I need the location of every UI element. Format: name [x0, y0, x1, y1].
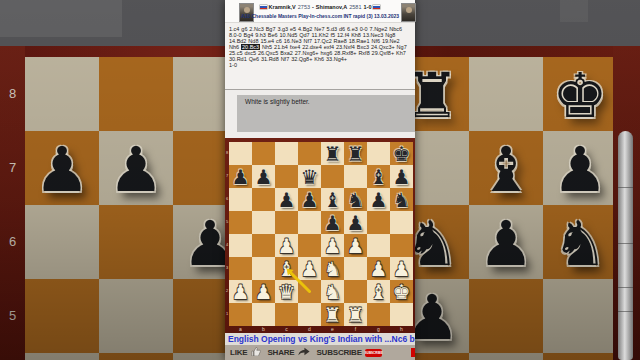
square-b6: [252, 188, 275, 211]
evaluation-area: White is slightly better.: [225, 94, 415, 138]
background-gray-block-left: [0, 0, 122, 37]
square-g6: ♟: [469, 205, 543, 279]
share-arrow-icon[interactable]: [298, 347, 310, 358]
piece-white-king: ♚: [390, 280, 413, 303]
square-h4: [543, 353, 617, 360]
background-rank-label-8: 8: [0, 86, 25, 101]
piece-black-pawn: ♟: [252, 165, 275, 188]
piece-black-queen: ♛: [298, 165, 321, 188]
square-b8: [252, 142, 275, 165]
square-e6: ♝: [321, 188, 344, 211]
game-result: 1-0: [364, 4, 372, 10]
piece-black-rook: ♜: [321, 142, 344, 165]
square-f5: ♟: [344, 211, 367, 234]
square-b4: [99, 353, 173, 360]
piece-black-knight: ♞: [390, 188, 413, 211]
piece-black-knight: ♞: [344, 188, 367, 211]
square-g8: [367, 142, 390, 165]
square-c1: [275, 303, 298, 326]
white-flag-icon: [260, 5, 267, 10]
square-d4: [298, 234, 321, 257]
square-h6: ♞: [390, 188, 413, 211]
piece-black-bishop: ♝: [469, 131, 543, 205]
diagram-file-label-d: d: [298, 326, 321, 332]
square-d8: [298, 142, 321, 165]
square-f6: ♞: [344, 188, 367, 211]
piece-white-pawn: ♟: [252, 280, 275, 303]
diagram-rank-label-5: 5: [225, 219, 229, 224]
square-h8: ♚: [543, 57, 617, 131]
piece-black-pawn: ♟: [25, 131, 99, 205]
evaluation-box: White is slightly better.: [237, 95, 415, 132]
diagram-rank-label-2: 2: [225, 288, 229, 293]
moves-result: 1-0: [229, 62, 411, 68]
square-g6: ♟: [367, 188, 390, 211]
square-a8: [25, 57, 99, 131]
piece-black-pawn: ♟: [99, 131, 173, 205]
game-panel: Kramnik,V 2753 - Shimanov,A 2581 1-0 A10…: [225, 0, 415, 360]
black-player-name: Shimanov,A: [316, 4, 347, 10]
piece-black-pawn: ♟: [543, 131, 617, 205]
square-e3: ♞: [321, 257, 344, 280]
background-rank-label-7: 7: [0, 160, 25, 175]
square-b7: ♟: [99, 131, 173, 205]
diagram-rank-label-8: 8: [225, 150, 229, 155]
piece-black-king: ♚: [543, 57, 617, 131]
square-g1: [367, 303, 390, 326]
subscribe-label[interactable]: SUBSCRIBE: [316, 348, 361, 357]
square-h5: [390, 211, 413, 234]
square-a7: ♟: [25, 131, 99, 205]
square-a4: [229, 234, 252, 257]
square-f1: ♜: [344, 303, 367, 326]
square-d7: ♛: [298, 165, 321, 188]
diagram-file-label-b: b: [252, 326, 275, 332]
square-c6: ♟: [275, 188, 298, 211]
background-rank-label-6: 6: [0, 234, 25, 249]
piece-black-rook: ♜: [344, 142, 367, 165]
square-c5: [275, 211, 298, 234]
square-b2: ♟: [252, 280, 275, 303]
square-c3: ♝: [275, 257, 298, 280]
piece-white-queen: ♛: [275, 280, 298, 303]
white-player-elo: 2753: [298, 4, 310, 10]
event-text: A10 Chessable Masters Play-In-chess.com …: [241, 13, 399, 19]
background-rank-label-5: 5: [0, 308, 25, 323]
piece-black-pawn: ♟: [229, 165, 252, 188]
square-c2: ♛: [275, 280, 298, 303]
diagram-rank-label-7: 7: [225, 173, 229, 178]
piece-black-pawn: ♟: [390, 165, 413, 188]
piece-white-rook: ♜: [321, 303, 344, 326]
square-g4: [367, 234, 390, 257]
piece-white-pawn: ♟: [275, 234, 298, 257]
scrollbar-segment: [618, 243, 633, 244]
video-caption: English Opening vs King's Indian with ..…: [225, 333, 415, 345]
scrollbar-segment: [618, 311, 633, 312]
square-g4: [469, 353, 543, 360]
board-diagram: ♜♜♚♟♟♛♝♟♟♟♝♞♟♞♟♟♟♟♟♝♟♞♟♟♟♟♛♞♝♚♜♜: [229, 142, 413, 326]
square-g8: [469, 57, 543, 131]
square-e7: [321, 165, 344, 188]
diagram-file-label-f: f: [344, 326, 367, 332]
event-line: A10 Chessable Masters Play-In-chess.com …: [229, 13, 411, 19]
piece-white-bishop: ♝: [275, 257, 298, 280]
square-a8: [229, 142, 252, 165]
piece-white-bishop: ♝: [367, 280, 390, 303]
piece-black-pawn: ♟: [367, 188, 390, 211]
square-d2: [298, 280, 321, 303]
diagram-rank-label-1: 1: [225, 311, 229, 316]
piece-white-knight: ♞: [321, 257, 344, 280]
scrollbar-segment: [618, 287, 633, 288]
scrollbar[interactable]: [618, 131, 633, 360]
diagram-rank-label-4: 4: [225, 242, 229, 247]
action-bar: LIKE SHARE SUBSCRIBE SUBSCRIBE: [225, 345, 415, 360]
diagram-rank-label-6: 6: [225, 196, 229, 201]
square-b6: [99, 205, 173, 279]
move-list: 1.c4 g6 2.Nc3 Bg7 3.g3 e5 4.Bg2 Ne7 5.d3…: [225, 22, 415, 90]
square-c4: ♟: [275, 234, 298, 257]
square-f3: [344, 257, 367, 280]
square-g7: ♝: [367, 165, 390, 188]
square-a4: [25, 353, 99, 360]
square-h2: ♚: [390, 280, 413, 303]
piece-black-knight: ♞: [543, 205, 617, 279]
square-h3: ♟: [390, 257, 413, 280]
background-board-frame-left: 8765: [0, 46, 25, 360]
diagram-file-label-a: a: [229, 326, 252, 332]
white-player-name: Kramnik,V: [269, 4, 296, 10]
piece-black-bishop: ♝: [321, 188, 344, 211]
evaluation-text: White is slightly better.: [237, 95, 415, 105]
diagram-rank-label-3: 3: [225, 265, 229, 270]
square-b7: ♟: [252, 165, 275, 188]
square-h5: [543, 279, 617, 353]
background-gray-block-right: [560, 0, 588, 22]
thumbs-up-icon[interactable]: [251, 347, 261, 358]
piece-white-pawn: ♟: [367, 257, 390, 280]
players-separator: -: [312, 4, 314, 10]
square-f2: [344, 280, 367, 303]
square-h4: [390, 234, 413, 257]
piece-black-king: ♚: [390, 142, 413, 165]
piece-white-pawn: ♟: [298, 257, 321, 280]
square-a5: [229, 211, 252, 234]
square-d1: [298, 303, 321, 326]
piece-white-knight: ♞: [321, 280, 344, 303]
square-h1: [390, 303, 413, 326]
square-a5: [25, 279, 99, 353]
square-a2: ♟: [229, 280, 252, 303]
square-h7: ♟: [390, 165, 413, 188]
piece-black-pawn: ♟: [344, 211, 367, 234]
piece-black-bishop: ♝: [367, 165, 390, 188]
like-label[interactable]: LIKE: [230, 348, 247, 357]
piece-black-pawn: ♟: [298, 188, 321, 211]
players-line: Kramnik,V 2753 - Shimanov,A 2581 1-0: [253, 3, 387, 11]
square-f7: [344, 165, 367, 188]
notification-bell-partial[interactable]: [411, 348, 415, 357]
square-d3: ♟: [298, 257, 321, 280]
piece-white-pawn: ♟: [321, 234, 344, 257]
square-a6: [229, 188, 252, 211]
square-b8: [99, 57, 173, 131]
square-c7: [275, 165, 298, 188]
square-b5: [99, 279, 173, 353]
square-f4: ♟: [344, 234, 367, 257]
square-e8: ♜: [321, 142, 344, 165]
square-a6: [25, 205, 99, 279]
board-diagram-frame: ♜♜♚♟♟♛♝♟♟♟♝♞♟♞♟♟♟♟♟♝♟♞♟♟♟♟♛♞♝♚♜♜ 8765432…: [225, 138, 415, 333]
square-c8: [275, 142, 298, 165]
square-a7: ♟: [229, 165, 252, 188]
black-player-elo: 2581: [349, 4, 361, 10]
piece-white-rook: ♜: [344, 303, 367, 326]
square-b1: [252, 303, 275, 326]
square-f8: ♜: [344, 142, 367, 165]
square-d5: [298, 211, 321, 234]
square-e4: ♟: [321, 234, 344, 257]
share-label[interactable]: SHARE: [267, 348, 294, 357]
square-g7: ♝: [469, 131, 543, 205]
subscribe-button[interactable]: SUBSCRIBE: [365, 349, 382, 357]
black-flag-icon: [373, 5, 380, 10]
square-g5: [469, 279, 543, 353]
diagram-file-label-e: e: [321, 326, 344, 332]
square-e2: ♞: [321, 280, 344, 303]
piece-black-pawn: ♟: [469, 205, 543, 279]
square-e1: ♜: [321, 303, 344, 326]
square-h6: ♞: [543, 205, 617, 279]
diagram-file-label-h: h: [390, 326, 413, 332]
square-e5: ♟: [321, 211, 344, 234]
scrollbar-segment: [618, 187, 633, 188]
square-b4: [252, 234, 275, 257]
piece-white-pawn: ♟: [344, 234, 367, 257]
square-h8: ♚: [390, 142, 413, 165]
square-g2: ♝: [367, 280, 390, 303]
square-b3: [252, 257, 275, 280]
diagram-file-label-g: g: [367, 326, 390, 332]
square-a3: [229, 257, 252, 280]
piece-white-pawn: ♟: [229, 280, 252, 303]
piece-black-pawn: ♟: [275, 188, 298, 211]
diagram-file-label-c: c: [275, 326, 298, 332]
square-h7: ♟: [543, 131, 617, 205]
square-g5: [367, 211, 390, 234]
piece-white-pawn: ♟: [390, 257, 413, 280]
square-d6: ♟: [298, 188, 321, 211]
square-b5: [252, 211, 275, 234]
square-g3: ♟: [367, 257, 390, 280]
game-header: Kramnik,V 2753 - Shimanov,A 2581 1-0 A10…: [225, 0, 415, 22]
video-frame: ♜♜♚♟♟♛♝♟♟♟♝♞♟♞♟♟♟♟♟♝♟♞♟♟♟♟♛♞♝♚♜♜ 8765 Kr…: [0, 0, 640, 360]
piece-black-pawn: ♟: [321, 211, 344, 234]
square-a1: [229, 303, 252, 326]
